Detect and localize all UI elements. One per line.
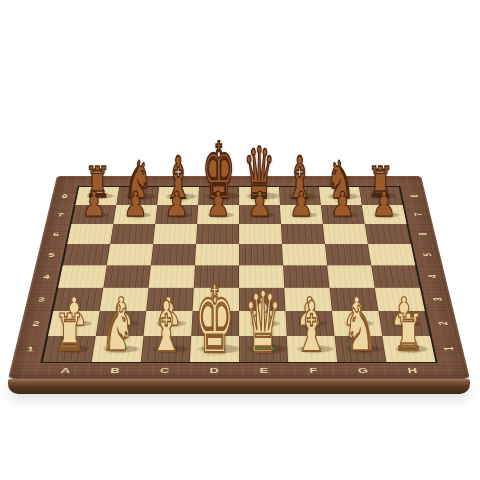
square-f5[interactable] <box>282 244 327 265</box>
pawn-icon: ♟ <box>372 187 397 221</box>
square-h5[interactable] <box>368 244 415 265</box>
square-g4[interactable] <box>327 265 375 287</box>
square-h6[interactable] <box>365 224 411 244</box>
queen-icon: ♛ <box>244 281 282 366</box>
file-label-a: A <box>60 366 71 374</box>
square-e5[interactable] <box>239 244 283 265</box>
file-label-h: H <box>407 366 418 374</box>
pawn-icon: ♟ <box>123 187 148 221</box>
rank-label-left-2: 2 <box>32 320 40 327</box>
file-label-f: F <box>309 366 318 374</box>
square-g6[interactable] <box>323 224 368 244</box>
square-d5[interactable] <box>195 244 239 265</box>
board-edge <box>8 379 470 394</box>
rank-label-left-3: 3 <box>37 296 45 303</box>
rank-label-right-7: 7 <box>411 213 424 216</box>
rank-label-right-5: 5 <box>420 253 434 256</box>
square-d6[interactable] <box>196 224 239 244</box>
pawn-icon: ♟ <box>289 187 314 221</box>
square-a6[interactable] <box>67 224 113 244</box>
rank-label-right-3: 3 <box>429 298 444 301</box>
square-c5[interactable] <box>151 244 196 265</box>
pawn-icon: ♟ <box>165 187 190 221</box>
rank-label-right-4: 4 <box>424 275 438 278</box>
square-f4[interactable] <box>283 265 329 287</box>
square-g5[interactable] <box>325 244 371 265</box>
rank-label-right-1: 1 <box>440 347 455 351</box>
rank-label-left-6: 6 <box>52 231 59 237</box>
square-f6[interactable] <box>281 224 325 244</box>
rook-icon: ♜ <box>393 308 424 359</box>
rook-icon: ♜ <box>54 308 85 359</box>
square-c6[interactable] <box>153 224 197 244</box>
square-a4[interactable] <box>58 265 107 287</box>
photo-stage: ABCDEFGH1122334455667788 ♜♞♝♚♛♝♞♜♟♟♟♟♟♟♟… <box>0 0 480 480</box>
rank-label-right-8: 8 <box>407 195 420 198</box>
bishop-icon: ♝ <box>149 293 184 363</box>
pawn-icon: ♟ <box>206 187 231 221</box>
square-b6[interactable] <box>110 224 155 244</box>
file-label-c: C <box>160 366 170 374</box>
knight-icon: ♞ <box>343 299 378 361</box>
rank-label-left-4: 4 <box>43 273 51 280</box>
square-c4[interactable] <box>149 265 195 287</box>
square-a5[interactable] <box>63 244 110 265</box>
square-b4[interactable] <box>103 265 151 287</box>
file-label-b: B <box>110 366 120 374</box>
bishop-icon: ♝ <box>294 293 329 363</box>
king-icon: ♚ <box>195 274 235 368</box>
rank-label-left-1: 1 <box>26 345 35 353</box>
knight-icon: ♞ <box>101 299 136 361</box>
rank-label-right-6: 6 <box>415 233 428 236</box>
pawn-icon: ♟ <box>82 187 107 221</box>
rank-label-left-5: 5 <box>48 252 56 258</box>
rank-label-left-8: 8 <box>61 193 68 198</box>
rank-label-right-2: 2 <box>435 322 450 326</box>
pawn-icon: ♟ <box>330 187 355 221</box>
file-label-g: G <box>357 366 368 374</box>
square-e6[interactable] <box>239 224 282 244</box>
square-b5[interactable] <box>107 244 153 265</box>
square-h4[interactable] <box>371 265 420 287</box>
rank-label-left-7: 7 <box>57 212 64 218</box>
pawn-icon: ♟ <box>247 187 272 221</box>
